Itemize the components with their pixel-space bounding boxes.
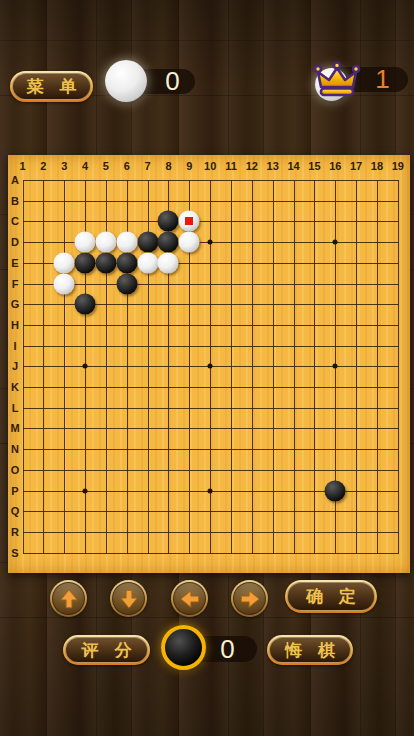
grid-line-horizontal <box>23 387 399 388</box>
black-stone <box>116 252 137 273</box>
grid-line-vertical <box>252 180 253 554</box>
board-col-label: 9 <box>186 160 192 172</box>
white-stone-indicator <box>105 60 147 102</box>
menu-button[interactable]: 菜单 <box>10 71 93 102</box>
board-col-label: 15 <box>308 160 320 172</box>
black-stone <box>158 211 179 232</box>
crown-icon <box>312 61 362 99</box>
board-row-label: M <box>10 422 19 434</box>
grid-line-vertical <box>273 180 274 554</box>
white-stone <box>54 273 75 294</box>
board-col-label: 5 <box>103 160 109 172</box>
board-row-label: F <box>12 278 19 290</box>
grid-line-vertical <box>398 180 399 554</box>
board-col-label: 3 <box>61 160 67 172</box>
white-stone <box>158 252 179 273</box>
black-stone <box>75 294 96 315</box>
star-point <box>333 364 338 369</box>
board-row-label: P <box>11 485 18 497</box>
arrow-up-button[interactable] <box>50 580 87 617</box>
board-row-label: G <box>11 298 20 310</box>
board-row-label: R <box>11 526 19 538</box>
black-stone <box>116 273 137 294</box>
undo-button-label: 悔棋 <box>285 639 351 662</box>
confirm-button[interactable]: 确定 <box>285 580 377 613</box>
arrow-right-icon <box>239 588 261 610</box>
board-col-label: 8 <box>165 160 171 172</box>
go-board[interactable]: 12345678910111213141516171819ABCDEFGHIJK… <box>8 155 410 573</box>
star-point <box>83 488 88 493</box>
arrow-up-icon <box>58 588 80 610</box>
grid-line-horizontal <box>23 408 399 409</box>
board-col-label: 17 <box>350 160 362 172</box>
white-stone <box>116 232 137 253</box>
grid-line-horizontal <box>23 511 399 512</box>
board-col-label: 19 <box>392 160 404 172</box>
star-point <box>208 488 213 493</box>
board-row-label: J <box>12 360 18 372</box>
confirm-button-label: 确定 <box>306 585 372 608</box>
white-stone <box>95 232 116 253</box>
grid-line-vertical <box>314 180 315 554</box>
board-row-label: E <box>11 257 18 269</box>
grid-line-vertical <box>377 180 378 554</box>
arrow-right-button[interactable] <box>231 580 268 617</box>
score-button[interactable]: 评分 <box>63 635 150 665</box>
arrow-left-button[interactable] <box>171 580 208 617</box>
black-stone <box>95 252 116 273</box>
board-row-label: L <box>12 402 19 414</box>
star-point <box>333 240 338 245</box>
arrow-down-button[interactable] <box>110 580 147 617</box>
score-button-label: 评分 <box>82 639 148 662</box>
board-row-label: C <box>11 215 19 227</box>
board-row-label: I <box>13 340 16 352</box>
grid-line-horizontal <box>23 532 399 533</box>
board-col-label: 6 <box>124 160 130 172</box>
board-col-label: 2 <box>40 160 46 172</box>
white-capture-count: 0 <box>150 68 195 94</box>
board-col-label: 18 <box>371 160 383 172</box>
white-stone <box>75 232 96 253</box>
board-row-label: B <box>11 195 19 207</box>
star-point <box>208 364 213 369</box>
board-col-label: 1 <box>19 160 25 172</box>
board-col-label: 13 <box>267 160 279 172</box>
undo-button[interactable]: 悔棋 <box>267 635 353 665</box>
board-row-label: H <box>11 319 19 331</box>
board-col-label: 10 <box>204 160 216 172</box>
star-point <box>83 364 88 369</box>
grid-line-vertical <box>294 180 295 554</box>
grid-line-vertical <box>356 180 357 554</box>
grid-line-horizontal <box>23 449 399 450</box>
black-stone <box>137 232 158 253</box>
board-col-label: 12 <box>246 160 258 172</box>
star-point <box>208 240 213 245</box>
white-stone <box>179 232 200 253</box>
board-row-label: D <box>11 236 19 248</box>
grid-line-horizontal <box>23 553 399 554</box>
arrow-down-icon <box>118 588 140 610</box>
white-stone <box>137 252 158 273</box>
board-col-label: 14 <box>287 160 299 172</box>
board-row-label: O <box>11 464 20 476</box>
grid-line-vertical <box>231 180 232 554</box>
board-col-label: 16 <box>329 160 341 172</box>
board-col-label: 4 <box>82 160 88 172</box>
black-stone <box>325 480 346 501</box>
arrow-left-icon <box>179 588 201 610</box>
board-col-label: 7 <box>145 160 151 172</box>
grid-line-horizontal <box>23 470 399 471</box>
black-stone <box>158 232 179 253</box>
board-row-label: A <box>11 174 19 186</box>
black-stone-turn-indicator <box>161 625 206 670</box>
grid-line-horizontal <box>23 428 399 429</box>
black-stone <box>75 252 96 273</box>
board-col-label: 11 <box>225 160 237 172</box>
white-stone <box>54 252 75 273</box>
last-move-marker <box>185 217 193 225</box>
board-row-label: N <box>11 443 19 455</box>
crown-count: 1 <box>360 66 405 92</box>
menu-button-label: 菜单 <box>27 75 93 98</box>
go-app-screen: 菜单 0 1 12345678910111213141516171819ABCD… <box>0 0 414 736</box>
black-capture-count: 0 <box>205 636 250 662</box>
board-row-label: Q <box>11 505 20 517</box>
board-row-label: S <box>11 547 18 559</box>
board-row-label: K <box>11 381 19 393</box>
